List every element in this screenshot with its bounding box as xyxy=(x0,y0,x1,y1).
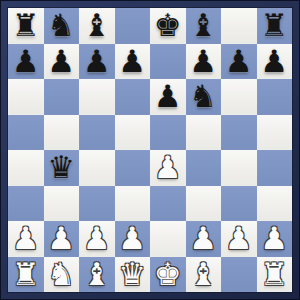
square-e7[interactable] xyxy=(150,44,186,80)
piece-black-pawn-f7[interactable]: ♟ xyxy=(186,44,222,79)
piece-black-bishop-f8[interactable]: ♝ xyxy=(186,8,222,43)
square-h8[interactable]: ♜ xyxy=(257,8,293,44)
square-c3[interactable] xyxy=(79,186,115,222)
square-e8[interactable]: ♚ xyxy=(150,8,186,44)
square-d8[interactable] xyxy=(115,8,151,44)
square-c1[interactable]: ♝ xyxy=(79,257,115,293)
square-g3[interactable] xyxy=(221,186,257,222)
piece-white-pawn-h2[interactable]: ♟ xyxy=(257,221,293,256)
square-g1[interactable] xyxy=(221,257,257,293)
square-f7[interactable]: ♟ xyxy=(186,44,222,80)
piece-white-pawn-f2[interactable]: ♟ xyxy=(186,221,222,256)
square-d4[interactable] xyxy=(115,150,151,186)
piece-black-king-e8[interactable]: ♚ xyxy=(150,8,186,43)
piece-white-pawn-c2[interactable]: ♟ xyxy=(79,221,115,256)
piece-white-queen-d1[interactable]: ♛ xyxy=(115,257,151,292)
square-d2[interactable]: ♟ xyxy=(115,221,151,257)
square-c4[interactable] xyxy=(79,150,115,186)
square-g6[interactable] xyxy=(221,79,257,115)
chess-board-frame: ♜♞♝♚♝♜♟♟♟♟♟♟♟♟♞♛♟♟♟♟♟♟♟♟♜♞♝♛♚♝♜ xyxy=(0,0,300,300)
piece-black-pawn-d7[interactable]: ♟ xyxy=(115,44,151,79)
square-e4[interactable]: ♟ xyxy=(150,150,186,186)
square-a2[interactable]: ♟ xyxy=(8,221,44,257)
square-a3[interactable] xyxy=(8,186,44,222)
square-b6[interactable] xyxy=(44,79,80,115)
square-h6[interactable] xyxy=(257,79,293,115)
piece-black-pawn-g7[interactable]: ♟ xyxy=(221,44,257,79)
chess-board: ♜♞♝♚♝♜♟♟♟♟♟♟♟♟♞♛♟♟♟♟♟♟♟♟♜♞♝♛♚♝♜ xyxy=(8,8,292,292)
square-h4[interactable] xyxy=(257,150,293,186)
square-a8[interactable]: ♜ xyxy=(8,8,44,44)
square-d5[interactable] xyxy=(115,115,151,151)
square-c5[interactable] xyxy=(79,115,115,151)
square-a5[interactable] xyxy=(8,115,44,151)
piece-black-queen-b4[interactable]: ♛ xyxy=(44,150,80,185)
square-f5[interactable] xyxy=(186,115,222,151)
piece-black-pawn-e6[interactable]: ♟ xyxy=(150,79,186,114)
square-h3[interactable] xyxy=(257,186,293,222)
piece-black-pawn-h7[interactable]: ♟ xyxy=(257,44,293,79)
square-g7[interactable]: ♟ xyxy=(221,44,257,80)
piece-white-pawn-g2[interactable]: ♟ xyxy=(221,221,257,256)
square-g5[interactable] xyxy=(221,115,257,151)
piece-black-pawn-c7[interactable]: ♟ xyxy=(79,44,115,79)
square-e2[interactable] xyxy=(150,221,186,257)
piece-black-rook-a8[interactable]: ♜ xyxy=(8,8,44,43)
piece-white-pawn-e4[interactable]: ♟ xyxy=(150,150,186,185)
square-h1[interactable]: ♜ xyxy=(257,257,293,293)
square-b1[interactable]: ♞ xyxy=(44,257,80,293)
piece-black-pawn-a7[interactable]: ♟ xyxy=(8,44,44,79)
piece-white-pawn-d2[interactable]: ♟ xyxy=(115,221,151,256)
square-c6[interactable] xyxy=(79,79,115,115)
square-d7[interactable]: ♟ xyxy=(115,44,151,80)
square-f4[interactable] xyxy=(186,150,222,186)
square-g4[interactable] xyxy=(221,150,257,186)
piece-black-rook-h8[interactable]: ♜ xyxy=(257,8,293,43)
square-b3[interactable] xyxy=(44,186,80,222)
piece-white-knight-b1[interactable]: ♞ xyxy=(44,257,80,292)
square-g8[interactable] xyxy=(221,8,257,44)
square-a6[interactable] xyxy=(8,79,44,115)
square-d3[interactable] xyxy=(115,186,151,222)
piece-white-king-e1[interactable]: ♚ xyxy=(150,257,186,292)
piece-black-pawn-b7[interactable]: ♟ xyxy=(44,44,80,79)
piece-black-knight-b8[interactable]: ♞ xyxy=(44,8,80,43)
square-e5[interactable] xyxy=(150,115,186,151)
square-e1[interactable]: ♚ xyxy=(150,257,186,293)
square-e3[interactable] xyxy=(150,186,186,222)
piece-black-bishop-c8[interactable]: ♝ xyxy=(79,8,115,43)
square-c2[interactable]: ♟ xyxy=(79,221,115,257)
square-c8[interactable]: ♝ xyxy=(79,8,115,44)
piece-white-rook-h1[interactable]: ♜ xyxy=(257,257,293,292)
square-f2[interactable]: ♟ xyxy=(186,221,222,257)
square-h7[interactable]: ♟ xyxy=(257,44,293,80)
piece-white-pawn-a2[interactable]: ♟ xyxy=(8,221,44,256)
piece-white-bishop-c1[interactable]: ♝ xyxy=(79,257,115,292)
square-b2[interactable]: ♟ xyxy=(44,221,80,257)
piece-white-pawn-b2[interactable]: ♟ xyxy=(44,221,80,256)
square-a4[interactable] xyxy=(8,150,44,186)
square-b5[interactable] xyxy=(44,115,80,151)
square-e6[interactable]: ♟ xyxy=(150,79,186,115)
square-a7[interactable]: ♟ xyxy=(8,44,44,80)
square-f3[interactable] xyxy=(186,186,222,222)
square-h5[interactable] xyxy=(257,115,293,151)
square-b8[interactable]: ♞ xyxy=(44,8,80,44)
piece-black-knight-f6[interactable]: ♞ xyxy=(186,79,222,114)
square-f8[interactable]: ♝ xyxy=(186,8,222,44)
square-b7[interactable]: ♟ xyxy=(44,44,80,80)
square-f6[interactable]: ♞ xyxy=(186,79,222,115)
piece-white-rook-a1[interactable]: ♜ xyxy=(8,257,44,292)
piece-white-bishop-f1[interactable]: ♝ xyxy=(186,257,222,292)
square-d1[interactable]: ♛ xyxy=(115,257,151,293)
square-b4[interactable]: ♛ xyxy=(44,150,80,186)
square-f1[interactable]: ♝ xyxy=(186,257,222,293)
square-c7[interactable]: ♟ xyxy=(79,44,115,80)
square-d6[interactable] xyxy=(115,79,151,115)
square-h2[interactable]: ♟ xyxy=(257,221,293,257)
square-g2[interactable]: ♟ xyxy=(221,221,257,257)
square-a1[interactable]: ♜ xyxy=(8,257,44,293)
